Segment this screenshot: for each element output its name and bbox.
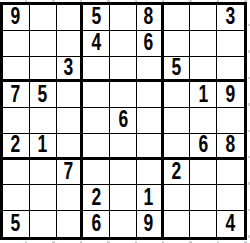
cell-r4c9[interactable]: 9: [217, 82, 244, 108]
cell-r9c4[interactable]: 6: [83, 211, 110, 237]
given-digit: 4: [91, 31, 101, 55]
cell-r3c3[interactable]: 3: [57, 57, 84, 83]
given-digit: 5: [91, 5, 101, 29]
cell-r4c6[interactable]: [137, 82, 164, 108]
given-digit: 7: [11, 83, 21, 107]
cell-r3c4[interactable]: [83, 57, 110, 83]
given-digit: 7: [64, 160, 74, 184]
cell-r4c3[interactable]: [57, 82, 84, 108]
given-digit: 5: [172, 57, 182, 80]
cell-r5c6[interactable]: [137, 108, 164, 134]
cell-r6c6[interactable]: [137, 134, 164, 160]
cell-r6c1[interactable]: 2: [3, 134, 30, 160]
cell-r2c3[interactable]: [57, 31, 84, 57]
cell-r5c1[interactable]: [3, 108, 30, 134]
cell-r4c5[interactable]: [110, 82, 137, 108]
edge-tick-marks-right: [248, 0, 250, 243]
cell-r1c9[interactable]: 3: [217, 5, 244, 31]
cell-r2c2[interactable]: [30, 31, 57, 57]
given-digit: 5: [38, 83, 48, 107]
given-digit: 1: [38, 134, 48, 157]
cell-r8c9[interactable]: [217, 185, 244, 211]
cell-r5c2[interactable]: [30, 108, 57, 134]
cell-r3c2[interactable]: [30, 57, 57, 83]
cell-r4c1[interactable]: 7: [3, 82, 30, 108]
cell-r8c4[interactable]: 2: [83, 185, 110, 211]
given-digit: 2: [11, 134, 21, 157]
cell-r9c3[interactable]: [57, 211, 84, 237]
cell-r2c4[interactable]: 4: [83, 31, 110, 57]
given-digit: 3: [226, 5, 236, 29]
cell-r7c3[interactable]: 7: [57, 160, 84, 186]
cell-r3c1[interactable]: [3, 57, 30, 83]
cell-r6c7[interactable]: [164, 134, 191, 160]
cell-r3c9[interactable]: [217, 57, 244, 83]
cell-r3c6[interactable]: [137, 57, 164, 83]
cell-r4c2[interactable]: 5: [30, 82, 57, 108]
given-digit: 3: [64, 57, 74, 80]
cell-r3c5[interactable]: [110, 57, 137, 83]
cell-r2c1[interactable]: [3, 31, 30, 57]
cell-r1c3[interactable]: [57, 5, 84, 31]
cell-r7c5[interactable]: [110, 160, 137, 186]
cell-r7c2[interactable]: [30, 160, 57, 186]
cell-r7c8[interactable]: [190, 160, 217, 186]
cell-r5c8[interactable]: [190, 108, 217, 134]
sudoku-board: 9583463575196216872215694: [0, 2, 247, 240]
cell-r2c9[interactable]: [217, 31, 244, 57]
cell-r8c8[interactable]: [190, 185, 217, 211]
given-digit: 6: [91, 212, 101, 236]
given-digit: 4: [226, 212, 236, 236]
cell-r4c8[interactable]: 1: [190, 82, 217, 108]
cell-r6c5[interactable]: [110, 134, 137, 160]
cell-r4c7[interactable]: [164, 82, 191, 108]
cell-r1c1[interactable]: 9: [3, 5, 30, 31]
cell-r2c8[interactable]: [190, 31, 217, 57]
cell-r9c7[interactable]: [164, 211, 191, 237]
cell-r5c3[interactable]: [57, 108, 84, 134]
cell-r5c9[interactable]: [217, 108, 244, 134]
given-digit: 6: [118, 108, 128, 132]
cell-r2c5[interactable]: [110, 31, 137, 57]
cell-r6c4[interactable]: [83, 134, 110, 160]
cell-r9c8[interactable]: [190, 211, 217, 237]
cell-r8c5[interactable]: [110, 185, 137, 211]
cell-r2c7[interactable]: [164, 31, 191, 57]
cell-r1c4[interactable]: 5: [83, 5, 110, 31]
cell-r2c6[interactable]: 6: [137, 31, 164, 57]
given-digit: 5: [11, 212, 21, 236]
cell-r3c7[interactable]: 5: [164, 57, 191, 83]
cell-r1c8[interactable]: [190, 5, 217, 31]
given-digit: 9: [144, 212, 154, 236]
cell-r8c6[interactable]: 1: [137, 185, 164, 211]
given-digit: 6: [198, 134, 208, 157]
cell-r6c3[interactable]: [57, 134, 84, 160]
given-digit: 9: [11, 5, 21, 29]
cell-r5c7[interactable]: [164, 108, 191, 134]
cell-r7c6[interactable]: [137, 160, 164, 186]
given-digit: 6: [144, 31, 154, 55]
cell-r7c9[interactable]: [217, 160, 244, 186]
cell-r8c7[interactable]: [164, 185, 191, 211]
cell-r6c9[interactable]: 8: [217, 134, 244, 160]
cell-r9c2[interactable]: [30, 211, 57, 237]
given-digit: 2: [172, 160, 182, 184]
given-digit: 8: [144, 5, 154, 29]
cell-r8c1[interactable]: [3, 185, 30, 211]
cell-r1c6[interactable]: 8: [137, 5, 164, 31]
given-digit: 1: [198, 83, 208, 107]
given-digit: 1: [144, 186, 154, 210]
cell-r6c8[interactable]: 6: [190, 134, 217, 160]
given-digit: 9: [226, 83, 236, 107]
cell-r8c3[interactable]: [57, 185, 84, 211]
cell-r9c5[interactable]: [110, 211, 137, 237]
cell-r4c4[interactable]: [83, 82, 110, 108]
cell-r8c2[interactable]: [30, 185, 57, 211]
cell-r1c2[interactable]: [30, 5, 57, 31]
cell-r7c7[interactable]: 2: [164, 160, 191, 186]
cell-r6c2[interactable]: 1: [30, 134, 57, 160]
cell-r7c4[interactable]: [83, 160, 110, 186]
given-digit: 2: [91, 186, 101, 210]
cell-r1c5[interactable]: [110, 5, 137, 31]
given-digit: 8: [226, 134, 236, 157]
cell-r9c6[interactable]: 9: [137, 211, 164, 237]
cell-r3c8[interactable]: [190, 57, 217, 83]
cell-r7c1[interactable]: [3, 160, 30, 186]
sudoku-screenshot: 9583463575196216872215694: [0, 0, 250, 243]
cell-r1c7[interactable]: [164, 5, 191, 31]
cell-r9c1[interactable]: 5: [3, 211, 30, 237]
cell-r9c9[interactable]: 4: [217, 211, 244, 237]
cell-r5c5[interactable]: 6: [110, 108, 137, 134]
cell-r5c4[interactable]: [83, 108, 110, 134]
